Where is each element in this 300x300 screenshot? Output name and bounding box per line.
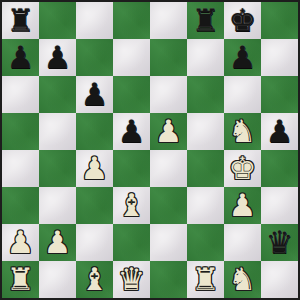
square-e4[interactable]: [150, 150, 187, 187]
piece-black-rook[interactable]: ♜: [192, 2, 220, 39]
square-g8[interactable]: ♚: [224, 2, 261, 39]
square-f6[interactable]: [187, 76, 224, 113]
piece-white-pawn[interactable]: ♟: [229, 187, 257, 224]
square-a7[interactable]: ♟: [2, 39, 39, 76]
square-d5[interactable]: ♟: [113, 113, 150, 150]
piece-black-rook[interactable]: ♜: [7, 2, 35, 39]
square-d4[interactable]: [113, 150, 150, 187]
piece-black-pawn[interactable]: ♟: [266, 113, 294, 150]
square-c2[interactable]: [76, 224, 113, 261]
square-g1[interactable]: ♞: [224, 261, 261, 298]
square-a3[interactable]: [2, 187, 39, 224]
square-f3[interactable]: [187, 187, 224, 224]
piece-white-bishop[interactable]: ♝: [81, 261, 109, 298]
piece-black-pawn[interactable]: ♟: [7, 39, 35, 76]
square-a6[interactable]: [2, 76, 39, 113]
square-c7[interactable]: [76, 39, 113, 76]
square-f7[interactable]: [187, 39, 224, 76]
square-h3[interactable]: [261, 187, 298, 224]
piece-black-pawn[interactable]: ♟: [118, 113, 146, 150]
piece-white-rook[interactable]: ♜: [7, 261, 35, 298]
square-b5[interactable]: [39, 113, 76, 150]
piece-white-pawn[interactable]: ♟: [44, 224, 72, 261]
square-e5[interactable]: ♟: [150, 113, 187, 150]
piece-white-pawn[interactable]: ♟: [155, 113, 183, 150]
square-c1[interactable]: ♝: [76, 261, 113, 298]
square-b4[interactable]: [39, 150, 76, 187]
square-g6[interactable]: [224, 76, 261, 113]
piece-white-bishop[interactable]: ♝: [118, 187, 146, 224]
square-d1[interactable]: ♛: [113, 261, 150, 298]
square-f4[interactable]: [187, 150, 224, 187]
square-c4[interactable]: ♟: [76, 150, 113, 187]
square-g7[interactable]: ♟: [224, 39, 261, 76]
piece-black-pawn[interactable]: ♟: [229, 39, 257, 76]
square-a4[interactable]: [2, 150, 39, 187]
square-f2[interactable]: [187, 224, 224, 261]
square-b8[interactable]: [39, 2, 76, 39]
square-e8[interactable]: [150, 2, 187, 39]
piece-white-knight[interactable]: ♞: [229, 113, 257, 150]
square-h8[interactable]: [261, 2, 298, 39]
square-h2[interactable]: ♛: [261, 224, 298, 261]
square-h6[interactable]: [261, 76, 298, 113]
square-b1[interactable]: [39, 261, 76, 298]
square-f1[interactable]: ♜: [187, 261, 224, 298]
square-b6[interactable]: [39, 76, 76, 113]
piece-black-queen[interactable]: ♛: [266, 224, 294, 261]
square-c6[interactable]: ♟: [76, 76, 113, 113]
piece-black-pawn[interactable]: ♟: [81, 76, 109, 113]
square-d3[interactable]: ♝: [113, 187, 150, 224]
square-e1[interactable]: [150, 261, 187, 298]
piece-white-pawn[interactable]: ♟: [7, 224, 35, 261]
square-a8[interactable]: ♜: [2, 2, 39, 39]
square-e2[interactable]: [150, 224, 187, 261]
square-b3[interactable]: [39, 187, 76, 224]
square-d8[interactable]: [113, 2, 150, 39]
square-b7[interactable]: ♟: [39, 39, 76, 76]
square-a5[interactable]: [2, 113, 39, 150]
square-e6[interactable]: [150, 76, 187, 113]
square-c5[interactable]: [76, 113, 113, 150]
piece-white-knight[interactable]: ♞: [229, 261, 257, 298]
piece-white-pawn[interactable]: ♟: [81, 150, 109, 187]
square-c8[interactable]: [76, 2, 113, 39]
square-f8[interactable]: ♜: [187, 2, 224, 39]
square-e3[interactable]: [150, 187, 187, 224]
square-h1[interactable]: [261, 261, 298, 298]
square-a1[interactable]: ♜: [2, 261, 39, 298]
square-g4[interactable]: ♚: [224, 150, 261, 187]
square-c3[interactable]: [76, 187, 113, 224]
square-d6[interactable]: [113, 76, 150, 113]
square-g2[interactable]: [224, 224, 261, 261]
piece-black-king[interactable]: ♚: [229, 2, 257, 39]
piece-white-rook[interactable]: ♜: [192, 261, 220, 298]
square-d2[interactable]: [113, 224, 150, 261]
piece-black-pawn[interactable]: ♟: [44, 39, 72, 76]
square-d7[interactable]: [113, 39, 150, 76]
square-g5[interactable]: ♞: [224, 113, 261, 150]
square-h4[interactable]: [261, 150, 298, 187]
square-g3[interactable]: ♟: [224, 187, 261, 224]
square-b2[interactable]: ♟: [39, 224, 76, 261]
chess-board: ♜♜♚♟♟♟♟♟♟♞♟♟♚♝♟♟♟♛♜♝♛♜♞: [2, 2, 298, 298]
square-h7[interactable]: [261, 39, 298, 76]
chess-board-frame: ♜♜♚♟♟♟♟♟♟♞♟♟♚♝♟♟♟♛♜♝♛♜♞: [0, 0, 300, 300]
piece-white-king[interactable]: ♚: [229, 150, 257, 187]
square-e7[interactable]: [150, 39, 187, 76]
square-a2[interactable]: ♟: [2, 224, 39, 261]
square-h5[interactable]: ♟: [261, 113, 298, 150]
piece-white-queen[interactable]: ♛: [118, 261, 146, 298]
square-f5[interactable]: [187, 113, 224, 150]
